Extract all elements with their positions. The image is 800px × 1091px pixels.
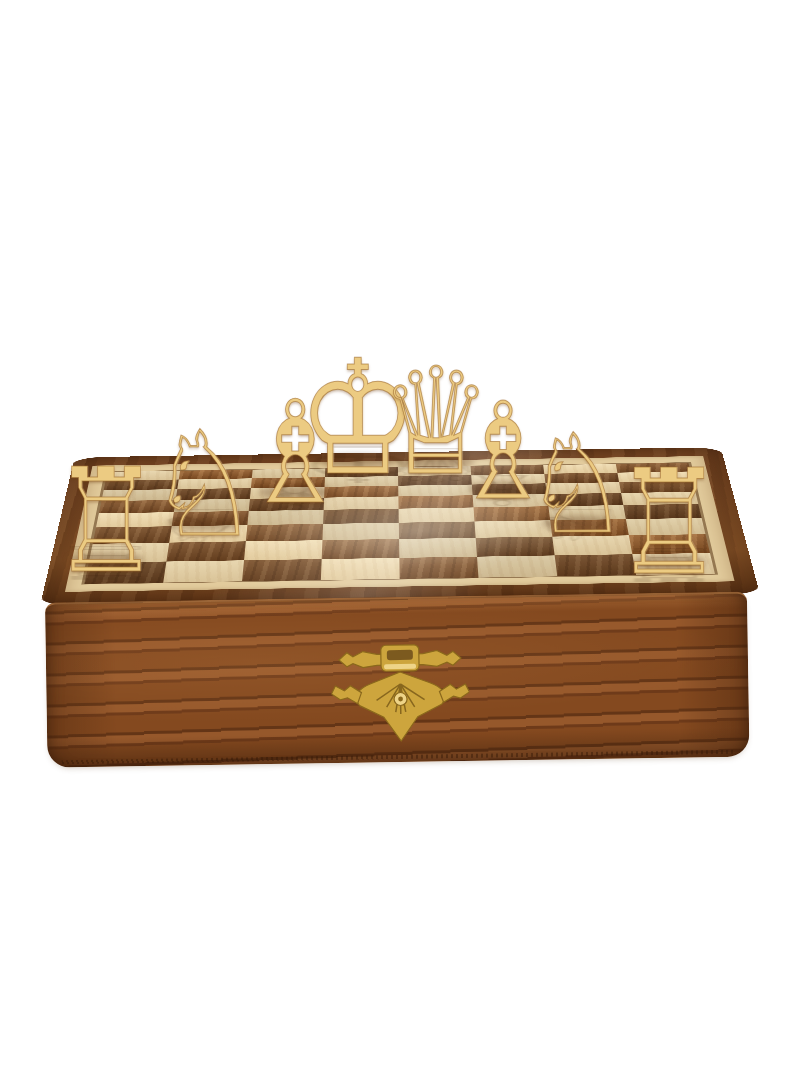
square-g2 bbox=[552, 535, 632, 555]
square-b3 bbox=[169, 525, 247, 543]
square-b2 bbox=[166, 541, 245, 561]
square-h4 bbox=[623, 504, 701, 519]
square-f4 bbox=[473, 506, 550, 521]
square-g1 bbox=[555, 554, 636, 576]
square-h2 bbox=[629, 534, 710, 554]
square-d5 bbox=[324, 496, 399, 509]
square-b1 bbox=[163, 560, 244, 582]
chess-board-top bbox=[40, 447, 760, 605]
square-d4 bbox=[323, 509, 399, 524]
square-f3 bbox=[474, 520, 552, 537]
latch-plate bbox=[331, 671, 470, 742]
square-g3 bbox=[550, 519, 629, 536]
square-c2 bbox=[244, 540, 322, 560]
square-f2 bbox=[476, 537, 555, 557]
square-e2 bbox=[399, 538, 477, 558]
square-e4 bbox=[399, 507, 475, 522]
square-b4 bbox=[172, 511, 249, 526]
square-d3 bbox=[322, 523, 399, 540]
latch-hasp bbox=[339, 644, 461, 672]
board-squares bbox=[84, 463, 715, 584]
square-h3 bbox=[626, 518, 706, 535]
square-e1 bbox=[399, 557, 478, 579]
square-h1 bbox=[632, 553, 715, 575]
wooden-box bbox=[0, 0, 800, 1091]
square-a3 bbox=[93, 526, 172, 544]
square-d2 bbox=[322, 539, 400, 559]
square-a4 bbox=[96, 512, 174, 527]
square-f1 bbox=[477, 555, 557, 577]
square-c3 bbox=[246, 524, 323, 542]
square-a2 bbox=[89, 543, 169, 563]
square-c1 bbox=[242, 559, 322, 581]
square-e3 bbox=[399, 522, 476, 539]
square-a1 bbox=[84, 562, 166, 584]
square-g4 bbox=[548, 505, 625, 520]
product-photo-chess-box: ♔♔♕♕♗♗♗♗♘♘♘♘♖♖♖♖ bbox=[0, 0, 800, 1091]
square-c4 bbox=[247, 510, 323, 525]
square-d1 bbox=[321, 558, 400, 580]
brass-latch-icon bbox=[331, 641, 471, 745]
